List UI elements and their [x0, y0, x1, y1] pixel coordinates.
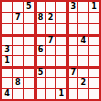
cell-r1c4-empty[interactable]: [35, 2, 45, 12]
cell-r4c1-empty[interactable]: [2, 35, 12, 45]
cell-r4c3-empty[interactable]: [24, 35, 34, 45]
cell-r7c8-empty[interactable]: [78, 67, 88, 77]
cell-r3c7-empty[interactable]: [67, 24, 77, 34]
cell-r6c4-empty[interactable]: [35, 56, 45, 66]
cell-r1c3-given[interactable]: 5: [24, 2, 34, 12]
cell-r5c1-given[interactable]: 3: [2, 46, 12, 56]
cell-r3c2-empty[interactable]: [13, 24, 23, 34]
cell-r6c2-empty[interactable]: [13, 56, 23, 66]
cell-r5c6-empty[interactable]: [56, 46, 66, 56]
cell-r4c4-empty[interactable]: [35, 35, 45, 45]
cell-r8c4-empty[interactable]: [35, 78, 45, 88]
cell-r6c1-given[interactable]: 1: [2, 56, 12, 66]
cell-r5c8-empty[interactable]: [78, 46, 88, 56]
cell-r5c7-empty[interactable]: [67, 46, 77, 56]
cell-r9c5-empty[interactable]: [46, 89, 56, 99]
cell-r2c3-empty[interactable]: [24, 13, 34, 23]
cell-r5c5-empty[interactable]: [46, 46, 56, 56]
cell-r8c2-given[interactable]: 8: [13, 78, 23, 88]
cell-r4c2-empty[interactable]: [13, 35, 23, 45]
cell-r2c2-given[interactable]: 7: [13, 13, 23, 23]
cell-r2c8-empty[interactable]: [78, 13, 88, 23]
cell-r6c7-empty[interactable]: [67, 56, 77, 66]
cell-r6c5-empty[interactable]: [46, 56, 56, 66]
cell-r5c2-empty[interactable]: [13, 46, 23, 56]
cell-r7c3-empty[interactable]: [24, 67, 34, 77]
cell-r8c8-given[interactable]: 2: [78, 78, 88, 88]
cell-r4c8-given[interactable]: 4: [78, 35, 88, 45]
cell-r9c7-empty[interactable]: [67, 89, 77, 99]
cell-r6c9-empty[interactable]: [89, 56, 99, 66]
cell-r6c6-empty[interactable]: [56, 56, 66, 66]
cell-r1c6-empty[interactable]: [56, 2, 66, 12]
cell-r7c2-empty[interactable]: [13, 67, 23, 77]
cell-r5c4-given[interactable]: 6: [35, 46, 45, 56]
cell-r4c7-empty[interactable]: [67, 35, 77, 45]
cell-r8c5-empty[interactable]: [46, 78, 56, 88]
cell-r5c3-empty[interactable]: [24, 46, 34, 56]
cell-r3c8-empty[interactable]: [78, 24, 88, 34]
cell-r1c7-given[interactable]: 3: [67, 2, 77, 12]
cell-r3c1-empty[interactable]: [2, 24, 12, 34]
cell-r1c5-empty[interactable]: [46, 2, 56, 12]
cell-r9c2-empty[interactable]: [13, 89, 23, 99]
cell-r7c6-empty[interactable]: [56, 67, 66, 77]
cell-r9c4-empty[interactable]: [35, 89, 45, 99]
cell-r1c9-given[interactable]: 1: [89, 2, 99, 12]
cell-r3c6-empty[interactable]: [56, 24, 66, 34]
cell-r8c1-empty[interactable]: [2, 78, 12, 88]
cell-r9c8-empty[interactable]: [78, 89, 88, 99]
cell-r4c6-empty[interactable]: [56, 35, 66, 45]
cell-r9c3-empty[interactable]: [24, 89, 34, 99]
cell-r3c4-empty[interactable]: [35, 24, 45, 34]
cell-r7c5-empty[interactable]: [46, 67, 56, 77]
cell-r4c5-given[interactable]: 7: [46, 35, 56, 45]
cell-r5c9-empty[interactable]: [89, 46, 99, 56]
cell-r8c3-empty[interactable]: [24, 78, 34, 88]
cell-r3c3-empty[interactable]: [24, 24, 34, 34]
cell-r7c7-given[interactable]: 7: [67, 67, 77, 77]
cell-r2c1-empty[interactable]: [2, 13, 12, 23]
cell-r6c8-empty[interactable]: [78, 56, 88, 66]
cell-r8c6-empty[interactable]: [56, 78, 66, 88]
cell-r1c8-empty[interactable]: [78, 2, 88, 12]
sudoku-board: 53178274361578241: [0, 0, 101, 101]
cell-r9c6-given[interactable]: 1: [56, 89, 66, 99]
cell-r4c9-empty[interactable]: [89, 35, 99, 45]
cell-r8c9-empty[interactable]: [89, 78, 99, 88]
cell-r9c9-empty[interactable]: [89, 89, 99, 99]
cell-r2c5-given[interactable]: 2: [46, 13, 56, 23]
cell-r2c9-empty[interactable]: [89, 13, 99, 23]
cell-r7c4-given[interactable]: 5: [35, 67, 45, 77]
cell-r8c7-empty[interactable]: [67, 78, 77, 88]
cell-r2c4-given[interactable]: 8: [35, 13, 45, 23]
cell-r3c9-empty[interactable]: [89, 24, 99, 34]
cell-r6c3-empty[interactable]: [24, 56, 34, 66]
cell-r2c7-empty[interactable]: [67, 13, 77, 23]
cell-r9c1-given[interactable]: 4: [2, 89, 12, 99]
cell-r7c1-empty[interactable]: [2, 67, 12, 77]
cell-r1c1-empty[interactable]: [2, 2, 12, 12]
cell-r7c9-empty[interactable]: [89, 67, 99, 77]
cell-r3c5-empty[interactable]: [46, 24, 56, 34]
cell-r1c2-empty[interactable]: [13, 2, 23, 12]
cell-r2c6-empty[interactable]: [56, 13, 66, 23]
